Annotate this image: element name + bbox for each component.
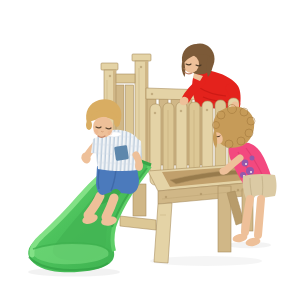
product-photo — [0, 0, 300, 300]
back-leg — [258, 199, 261, 235]
support-beam — [120, 216, 156, 230]
hair-side — [114, 117, 120, 127]
post-cap — [101, 63, 118, 70]
table-front-leg — [154, 203, 172, 263]
front-leg — [245, 199, 250, 232]
cheek — [94, 130, 99, 135]
cheek — [108, 131, 113, 136]
right-hand — [135, 161, 143, 171]
beige-shorts — [243, 174, 277, 199]
scene-canvas — [0, 0, 300, 300]
denim-pocket — [114, 145, 129, 161]
post-cap — [132, 54, 151, 61]
hair-side — [86, 120, 92, 130]
crossbar — [116, 74, 135, 83]
